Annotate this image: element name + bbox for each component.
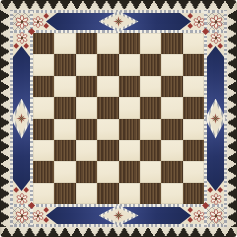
square-c6 bbox=[76, 76, 97, 97]
square-f5 bbox=[140, 97, 161, 118]
square-h3 bbox=[183, 140, 204, 161]
square-h5 bbox=[183, 97, 204, 118]
sawtooth-border-top bbox=[0, 0, 237, 10]
square-d3 bbox=[97, 140, 118, 161]
square-f3 bbox=[140, 140, 161, 161]
square-f1 bbox=[140, 183, 161, 204]
square-h8 bbox=[183, 33, 204, 54]
square-h6 bbox=[183, 76, 204, 97]
square-c5 bbox=[76, 97, 97, 118]
square-c7 bbox=[76, 54, 97, 75]
square-e7 bbox=[119, 54, 140, 75]
square-a6 bbox=[33, 76, 54, 97]
square-b2 bbox=[54, 161, 75, 182]
square-a5 bbox=[33, 97, 54, 118]
square-b6 bbox=[54, 76, 75, 97]
square-f8 bbox=[140, 33, 161, 54]
square-a2 bbox=[33, 161, 54, 182]
corner-tile-top-right bbox=[207, 13, 224, 30]
square-c2 bbox=[76, 161, 97, 182]
square-b4 bbox=[54, 119, 75, 140]
square-g6 bbox=[161, 76, 182, 97]
square-g2 bbox=[161, 161, 182, 182]
sawtooth-border-bottom bbox=[0, 227, 237, 237]
corner-tile-bottom-right bbox=[207, 207, 224, 224]
square-f4 bbox=[140, 119, 161, 140]
square-b1 bbox=[54, 183, 75, 204]
square-b8 bbox=[54, 33, 75, 54]
square-g3 bbox=[161, 140, 182, 161]
corner-tile-bottom-left bbox=[13, 207, 30, 224]
square-f2 bbox=[140, 161, 161, 182]
square-e5 bbox=[119, 97, 140, 118]
square-e2 bbox=[119, 161, 140, 182]
square-g7 bbox=[161, 54, 182, 75]
square-h4 bbox=[183, 119, 204, 140]
square-a3 bbox=[33, 140, 54, 161]
square-d6 bbox=[97, 76, 118, 97]
square-g5 bbox=[161, 97, 182, 118]
square-h1 bbox=[183, 183, 204, 204]
sawtooth-border-right bbox=[227, 10, 237, 227]
square-b3 bbox=[54, 140, 75, 161]
square-b5 bbox=[54, 97, 75, 118]
square-g4 bbox=[161, 119, 182, 140]
square-c4 bbox=[76, 119, 97, 140]
square-d4 bbox=[97, 119, 118, 140]
square-e3 bbox=[119, 140, 140, 161]
chessboard-grid bbox=[33, 33, 204, 204]
square-d7 bbox=[97, 54, 118, 75]
square-a1 bbox=[33, 183, 54, 204]
square-f7 bbox=[140, 54, 161, 75]
sawtooth-border-left bbox=[0, 10, 10, 227]
corner-tile-top-left bbox=[13, 13, 30, 30]
square-a7 bbox=[33, 54, 54, 75]
square-f6 bbox=[140, 76, 161, 97]
square-c1 bbox=[76, 183, 97, 204]
square-b7 bbox=[54, 54, 75, 75]
square-c3 bbox=[76, 140, 97, 161]
square-d8 bbox=[97, 33, 118, 54]
square-d2 bbox=[97, 161, 118, 182]
square-e6 bbox=[119, 76, 140, 97]
square-d5 bbox=[97, 97, 118, 118]
square-c8 bbox=[76, 33, 97, 54]
chessboard-photo bbox=[0, 0, 237, 237]
square-a4 bbox=[33, 119, 54, 140]
square-a8 bbox=[33, 33, 54, 54]
square-d1 bbox=[97, 183, 118, 204]
square-h7 bbox=[183, 54, 204, 75]
square-g1 bbox=[161, 183, 182, 204]
square-e8 bbox=[119, 33, 140, 54]
square-h2 bbox=[183, 161, 204, 182]
square-e4 bbox=[119, 119, 140, 140]
square-e1 bbox=[119, 183, 140, 204]
square-g8 bbox=[161, 33, 182, 54]
